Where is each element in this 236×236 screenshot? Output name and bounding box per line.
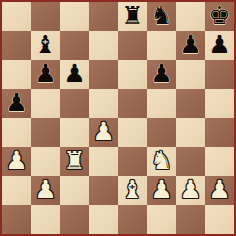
square-a4[interactable] — [2, 118, 31, 147]
piece-black-pawn[interactable]: ♟ — [208, 30, 230, 59]
square-a3[interactable]: ♟ — [2, 147, 31, 176]
square-h3[interactable] — [205, 147, 234, 176]
square-h4[interactable] — [205, 118, 234, 147]
square-d8[interactable] — [89, 2, 118, 31]
square-h5[interactable] — [205, 89, 234, 118]
square-e4[interactable] — [118, 118, 147, 147]
square-d2[interactable] — [89, 176, 118, 205]
piece-white-bishop[interactable]: ♝ — [121, 175, 143, 204]
square-b8[interactable] — [31, 2, 60, 31]
square-a5[interactable]: ♟ — [2, 89, 31, 118]
square-e6[interactable] — [118, 60, 147, 89]
square-e7[interactable] — [118, 31, 147, 60]
square-d5[interactable] — [89, 89, 118, 118]
piece-white-pawn[interactable]: ♟ — [208, 175, 230, 204]
square-h6[interactable] — [205, 60, 234, 89]
square-e3[interactable] — [118, 147, 147, 176]
square-g5[interactable] — [176, 89, 205, 118]
square-b4[interactable] — [31, 118, 60, 147]
square-h8[interactable]: ♚ — [205, 2, 234, 31]
piece-white-pawn[interactable]: ♟ — [92, 117, 114, 146]
square-h1[interactable] — [205, 205, 234, 234]
square-g1[interactable] — [176, 205, 205, 234]
piece-black-pawn[interactable]: ♟ — [179, 30, 201, 59]
square-d7[interactable] — [89, 31, 118, 60]
square-c3[interactable]: ♜ — [60, 147, 89, 176]
square-h2[interactable]: ♟ — [205, 176, 234, 205]
square-f5[interactable] — [147, 89, 176, 118]
piece-white-pawn[interactable]: ♟ — [150, 175, 172, 204]
square-f2[interactable]: ♟ — [147, 176, 176, 205]
square-f3[interactable]: ♞ — [147, 147, 176, 176]
square-f6[interactable]: ♟ — [147, 60, 176, 89]
piece-white-knight[interactable]: ♞ — [150, 146, 172, 175]
square-a1[interactable] — [2, 205, 31, 234]
square-e2[interactable]: ♝ — [118, 176, 147, 205]
chess-board: ♜♞♚♝♟♟♟♟♟♟♟♟♜♞♟♝♟♟♟ — [2, 2, 234, 234]
square-b2[interactable]: ♟ — [31, 176, 60, 205]
board-frame: ♜♞♚♝♟♟♟♟♟♟♟♟♜♞♟♝♟♟♟ — [0, 0, 236, 236]
square-h7[interactable]: ♟ — [205, 31, 234, 60]
square-c2[interactable] — [60, 176, 89, 205]
square-c8[interactable] — [60, 2, 89, 31]
square-d4[interactable]: ♟ — [89, 118, 118, 147]
square-d6[interactable] — [89, 60, 118, 89]
square-g4[interactable] — [176, 118, 205, 147]
square-c4[interactable] — [60, 118, 89, 147]
square-c1[interactable] — [60, 205, 89, 234]
piece-black-pawn[interactable]: ♟ — [34, 59, 56, 88]
square-a7[interactable] — [2, 31, 31, 60]
piece-black-knight[interactable]: ♞ — [150, 1, 172, 30]
piece-black-rook[interactable]: ♜ — [121, 1, 143, 30]
square-e8[interactable]: ♜ — [118, 2, 147, 31]
square-f8[interactable]: ♞ — [147, 2, 176, 31]
square-g6[interactable] — [176, 60, 205, 89]
square-g8[interactable] — [176, 2, 205, 31]
piece-white-rook[interactable]: ♜ — [63, 146, 85, 175]
square-c5[interactable] — [60, 89, 89, 118]
square-g3[interactable] — [176, 147, 205, 176]
square-f7[interactable] — [147, 31, 176, 60]
square-b7[interactable]: ♝ — [31, 31, 60, 60]
piece-white-pawn[interactable]: ♟ — [179, 175, 201, 204]
square-b3[interactable] — [31, 147, 60, 176]
square-g7[interactable]: ♟ — [176, 31, 205, 60]
square-b5[interactable] — [31, 89, 60, 118]
square-c6[interactable]: ♟ — [60, 60, 89, 89]
piece-white-pawn[interactable]: ♟ — [34, 175, 56, 204]
piece-black-king[interactable]: ♚ — [208, 1, 230, 30]
square-e1[interactable] — [118, 205, 147, 234]
square-c7[interactable] — [60, 31, 89, 60]
square-b1[interactable] — [31, 205, 60, 234]
square-d1[interactable] — [89, 205, 118, 234]
piece-black-bishop[interactable]: ♝ — [34, 30, 56, 59]
square-f1[interactable] — [147, 205, 176, 234]
piece-white-pawn[interactable]: ♟ — [5, 146, 27, 175]
square-a8[interactable] — [2, 2, 31, 31]
piece-black-pawn[interactable]: ♟ — [150, 59, 172, 88]
square-b6[interactable]: ♟ — [31, 60, 60, 89]
square-d3[interactable] — [89, 147, 118, 176]
square-g2[interactable]: ♟ — [176, 176, 205, 205]
piece-black-pawn[interactable]: ♟ — [63, 59, 85, 88]
square-f4[interactable] — [147, 118, 176, 147]
square-a6[interactable] — [2, 60, 31, 89]
square-e5[interactable] — [118, 89, 147, 118]
piece-black-pawn[interactable]: ♟ — [5, 88, 27, 117]
square-a2[interactable] — [2, 176, 31, 205]
